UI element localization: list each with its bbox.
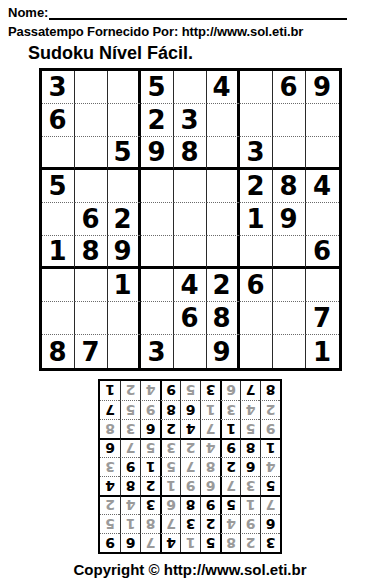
solution-cell-r7c8: 3 <box>120 419 140 438</box>
solution-cell-r2c6: 7 <box>160 514 180 533</box>
solution-cell-r6c7: 5 <box>140 438 160 457</box>
solution-cell-r7c3: 1 <box>220 419 240 438</box>
solution-cell-r3c1: 7 <box>260 495 280 514</box>
solution-cell-r5c1: 4 <box>260 457 280 476</box>
solution-cell-r1c4: 5 <box>200 533 220 552</box>
solution-cell-r4c5: 9 <box>180 476 200 495</box>
puzzle-cell-r6c8[interactable] <box>273 236 306 269</box>
puzzle-cell-r5c1[interactable] <box>42 203 75 236</box>
provider-line: Passatempo Fornecido Por: http://www.sol… <box>8 24 372 39</box>
solution-cell-r2c3: 4 <box>220 514 240 533</box>
puzzle-cell-r2c1[interactable]: 6 <box>42 104 75 137</box>
solution-cell-r8c7: 9 <box>140 400 160 419</box>
solution-cell-r1c3: 8 <box>220 533 240 552</box>
solution-cell-r2c1: 6 <box>260 514 280 533</box>
solution-cell-r5c5: 7 <box>180 457 200 476</box>
puzzle-cell-r3c4[interactable]: 9 <box>141 137 174 170</box>
solution-cell-r2c4: 2 <box>200 514 220 533</box>
puzzle-cell-r2c4[interactable]: 2 <box>141 104 174 137</box>
solution-cell-r8c3: 3 <box>220 400 240 419</box>
solution-cell-r5c9: 3 <box>100 457 120 476</box>
puzzle-cell-r3c6[interactable] <box>207 137 240 170</box>
solution-cell-r8c5: 6 <box>180 400 200 419</box>
puzzle-cell-r3c7[interactable]: 3 <box>240 137 273 170</box>
solution-cell-r8c8: 5 <box>120 400 140 419</box>
puzzle-cell-r2c6[interactable] <box>207 104 240 137</box>
puzzle-cell-r1c4[interactable]: 5 <box>141 71 174 104</box>
puzzle-cell-r3c1[interactable] <box>42 137 75 170</box>
solution-cell-r4c9: 4 <box>100 476 120 495</box>
solution-cell-r5c8: 9 <box>120 457 140 476</box>
puzzle-cell-r7c5[interactable]: 4 <box>174 269 207 302</box>
solution-cell-r9c7: 4 <box>140 381 160 400</box>
puzzle-cell-r5c5[interactable] <box>174 203 207 236</box>
puzzle-cell-r7c2[interactable] <box>75 269 108 302</box>
solution-cell-r7c4: 7 <box>200 419 220 438</box>
puzzle-cell-r8c7[interactable] <box>240 302 273 335</box>
puzzle-cell-r7c6[interactable]: 2 <box>207 269 240 302</box>
puzzle-cell-r8c8[interactable] <box>273 302 306 335</box>
puzzle-cell-r7c1[interactable] <box>42 269 75 302</box>
solution-cell-r8c4: 1 <box>200 400 220 419</box>
puzzle-cell-r2c3[interactable] <box>108 104 141 137</box>
solution-cell-r4c7: 2 <box>140 476 160 495</box>
puzzle-cell-r4c7[interactable]: 2 <box>240 170 273 203</box>
puzzle-cell-r8c4[interactable] <box>141 302 174 335</box>
solution-cell-r1c7: 7 <box>140 533 160 552</box>
puzzle-cell-r1c9[interactable]: 9 <box>306 71 339 104</box>
sudoku-worksheet-page: { "game": "sudoku", "header": { "name_la… <box>0 0 380 585</box>
answer-key-grid-rotated: 3285147696942378157159863425376912844628… <box>98 379 282 554</box>
puzzle-cell-r9c4[interactable]: 3 <box>141 335 174 368</box>
solution-cell-r2c9: 5 <box>100 514 120 533</box>
name-label: Nome: <box>8 5 48 20</box>
solution-cell-r9c9: 1 <box>100 381 120 400</box>
puzzle-cell-r7c7[interactable]: 6 <box>240 269 273 302</box>
solution-cell-r6c4: 4 <box>200 438 220 457</box>
puzzle-cell-r4c8[interactable]: 8 <box>273 170 306 203</box>
puzzle-cell-r3c2[interactable] <box>75 137 108 170</box>
solution-cell-r1c6: 4 <box>160 533 180 552</box>
name-fill-line <box>49 5 347 20</box>
solution-cell-r2c5: 3 <box>180 514 200 533</box>
puzzle-cell-r5c7[interactable]: 1 <box>240 203 273 236</box>
solution-cell-r2c7: 8 <box>140 514 160 533</box>
puzzle-cell-r1c2[interactable] <box>75 71 108 104</box>
solution-cell-r4c4: 6 <box>200 476 220 495</box>
solution-cell-r5c3: 2 <box>220 457 240 476</box>
puzzle-cell-r4c6[interactable] <box>207 170 240 203</box>
name-row: Nome: <box>8 3 372 20</box>
puzzle-cell-r9c3[interactable] <box>108 335 141 368</box>
solution-cell-r1c9: 9 <box>100 533 120 552</box>
puzzle-cell-r6c7[interactable] <box>240 236 273 269</box>
solution-cell-r4c1: 5 <box>260 476 280 495</box>
puzzle-cell-r7c3[interactable]: 1 <box>108 269 141 302</box>
solution-cell-r7c9: 8 <box>100 419 120 438</box>
solution-cell-r3c7: 3 <box>140 495 160 514</box>
solution-cell-r4c3: 7 <box>220 476 240 495</box>
solution-cell-r9c3: 6 <box>220 381 240 400</box>
solution-cell-r9c1: 8 <box>260 381 280 400</box>
puzzle-cell-r5c6[interactable] <box>207 203 240 236</box>
puzzle-cell-r7c8[interactable] <box>273 269 306 302</box>
puzzle-cell-r5c4[interactable] <box>141 203 174 236</box>
solution-cell-r5c7: 1 <box>140 457 160 476</box>
solution-cell-r3c8: 4 <box>120 495 140 514</box>
puzzle-cell-r6c2[interactable]: 8 <box>75 236 108 269</box>
puzzle-cell-r1c7[interactable] <box>240 71 273 104</box>
puzzle-cell-r9c1[interactable]: 8 <box>42 335 75 368</box>
solution-cell-r7c1: 9 <box>260 419 280 438</box>
solution-cell-r5c4: 8 <box>200 457 220 476</box>
solution-cell-r6c5: 2 <box>180 438 200 457</box>
solution-cell-r8c9: 7 <box>100 400 120 419</box>
solution-cell-r9c8: 2 <box>120 381 140 400</box>
puzzle-cell-r5c8[interactable]: 9 <box>273 203 306 236</box>
puzzle-cell-r5c9[interactable] <box>306 203 339 236</box>
solution-cell-r6c9: 6 <box>100 438 120 457</box>
puzzle-cell-r5c3[interactable]: 2 <box>108 203 141 236</box>
solution-cell-r8c6: 8 <box>160 400 180 419</box>
solution-cell-r7c5: 4 <box>180 419 200 438</box>
main-sudoku-grid: 354696235983528462191896142668787391 <box>39 68 342 371</box>
puzzle-cell-r1c6[interactable]: 4 <box>207 71 240 104</box>
puzzle-cell-r7c4[interactable] <box>141 269 174 302</box>
solution-cell-r8c2: 4 <box>240 400 260 419</box>
solution-cell-r4c8: 8 <box>120 476 140 495</box>
solution-cell-r1c2: 2 <box>240 533 260 552</box>
solution-cell-r1c5: 1 <box>180 533 200 552</box>
solution-cell-r2c8: 1 <box>120 514 140 533</box>
puzzle-cell-r6c4[interactable] <box>141 236 174 269</box>
puzzle-cell-r8c2[interactable] <box>75 302 108 335</box>
puzzle-cell-r4c9[interactable]: 4 <box>306 170 339 203</box>
solution-cell-r3c3: 5 <box>220 495 240 514</box>
solution-cell-r3c6: 6 <box>160 495 180 514</box>
solution-cell-r1c8: 6 <box>120 533 140 552</box>
puzzle-cell-r4c4[interactable] <box>141 170 174 203</box>
puzzle-cell-r5c2[interactable]: 6 <box>75 203 108 236</box>
puzzle-cell-r2c8[interactable] <box>273 104 306 137</box>
solution-cell-r6c2: 8 <box>240 438 260 457</box>
puzzle-cell-r2c9[interactable] <box>306 104 339 137</box>
solution-cell-r3c2: 1 <box>240 495 260 514</box>
solution-cell-r3c9: 2 <box>100 495 120 514</box>
puzzle-cell-r7c9[interactable] <box>306 269 339 302</box>
puzzle-cell-r4c2[interactable] <box>75 170 108 203</box>
puzzle-cell-r8c3[interactable] <box>108 302 141 335</box>
puzzle-cell-r1c1[interactable]: 3 <box>42 71 75 104</box>
copyright-line: Copyright © http://www.sol.eti.br <box>8 561 372 578</box>
puzzle-cell-r8c1[interactable] <box>42 302 75 335</box>
puzzle-cell-r6c1[interactable]: 1 <box>42 236 75 269</box>
solution-cell-r6c8: 7 <box>120 438 140 457</box>
solution-cell-r7c7: 6 <box>140 419 160 438</box>
puzzle-cell-r3c3[interactable]: 5 <box>108 137 141 170</box>
solution-cell-r3c4: 9 <box>200 495 220 514</box>
solution-cell-r4c6: 1 <box>160 476 180 495</box>
worksheet-sheet: Nome: Passatempo Fornecido Por: http://w… <box>0 0 380 578</box>
puzzle-cell-r9c7[interactable] <box>240 335 273 368</box>
solution-cell-r7c2: 5 <box>240 419 260 438</box>
solution-cell-r5c6: 5 <box>160 457 180 476</box>
puzzle-cell-r8c9[interactable]: 7 <box>306 302 339 335</box>
puzzle-cell-r9c6[interactable]: 9 <box>207 335 240 368</box>
puzzle-cell-r3c9[interactable] <box>306 137 339 170</box>
puzzle-cell-r6c3[interactable]: 9 <box>108 236 141 269</box>
puzzle-cell-r9c2[interactable]: 7 <box>75 335 108 368</box>
puzzle-cell-r9c8[interactable] <box>273 335 306 368</box>
solution-cell-r9c2: 7 <box>240 381 260 400</box>
solution-cell-r9c6: 9 <box>160 381 180 400</box>
puzzle-cell-r2c7[interactable] <box>240 104 273 137</box>
solution-cell-r6c6: 3 <box>160 438 180 457</box>
solution-cell-r2c2: 9 <box>240 514 260 533</box>
puzzle-cell-r4c5[interactable] <box>174 170 207 203</box>
puzzle-cell-r4c3[interactable] <box>108 170 141 203</box>
puzzle-cell-r1c8[interactable]: 6 <box>273 71 306 104</box>
puzzle-cell-r2c5[interactable]: 3 <box>174 104 207 137</box>
puzzle-cell-r9c5[interactable] <box>174 335 207 368</box>
solution-cell-r1c1: 3 <box>260 533 280 552</box>
solution-cell-r7c6: 2 <box>160 419 180 438</box>
solution-cell-r6c1: 1 <box>260 438 280 457</box>
puzzle-cell-r1c3[interactable] <box>108 71 141 104</box>
solution-cell-r8c1: 2 <box>260 400 280 419</box>
solution-cell-r9c4: 3 <box>200 381 220 400</box>
solution-cell-r9c5: 5 <box>180 381 200 400</box>
puzzle-cell-r4c1[interactable]: 5 <box>42 170 75 203</box>
puzzle-cell-r2c2[interactable] <box>75 104 108 137</box>
page-title: Sudoku Nível Fácil. <box>28 43 372 64</box>
solution-cell-r4c2: 3 <box>240 476 260 495</box>
answer-key-wrap: 3285147696942378157159863425376912844628… <box>8 379 372 554</box>
puzzle-cell-r3c8[interactable] <box>273 137 306 170</box>
solution-cell-r6c3: 9 <box>220 438 240 457</box>
puzzle-cell-r9c9[interactable]: 1 <box>306 335 339 368</box>
puzzle-cell-r1c5[interactable] <box>174 71 207 104</box>
solution-cell-r5c2: 6 <box>240 457 260 476</box>
puzzle-cell-r6c6[interactable] <box>207 236 240 269</box>
puzzle-cell-r8c5[interactable]: 6 <box>174 302 207 335</box>
puzzle-cell-r6c5[interactable] <box>174 236 207 269</box>
puzzle-cell-r6c9[interactable]: 6 <box>306 236 339 269</box>
solution-cell-r3c5: 8 <box>180 495 200 514</box>
puzzle-cell-r8c6[interactable]: 8 <box>207 302 240 335</box>
puzzle-cell-r3c5[interactable]: 8 <box>174 137 207 170</box>
